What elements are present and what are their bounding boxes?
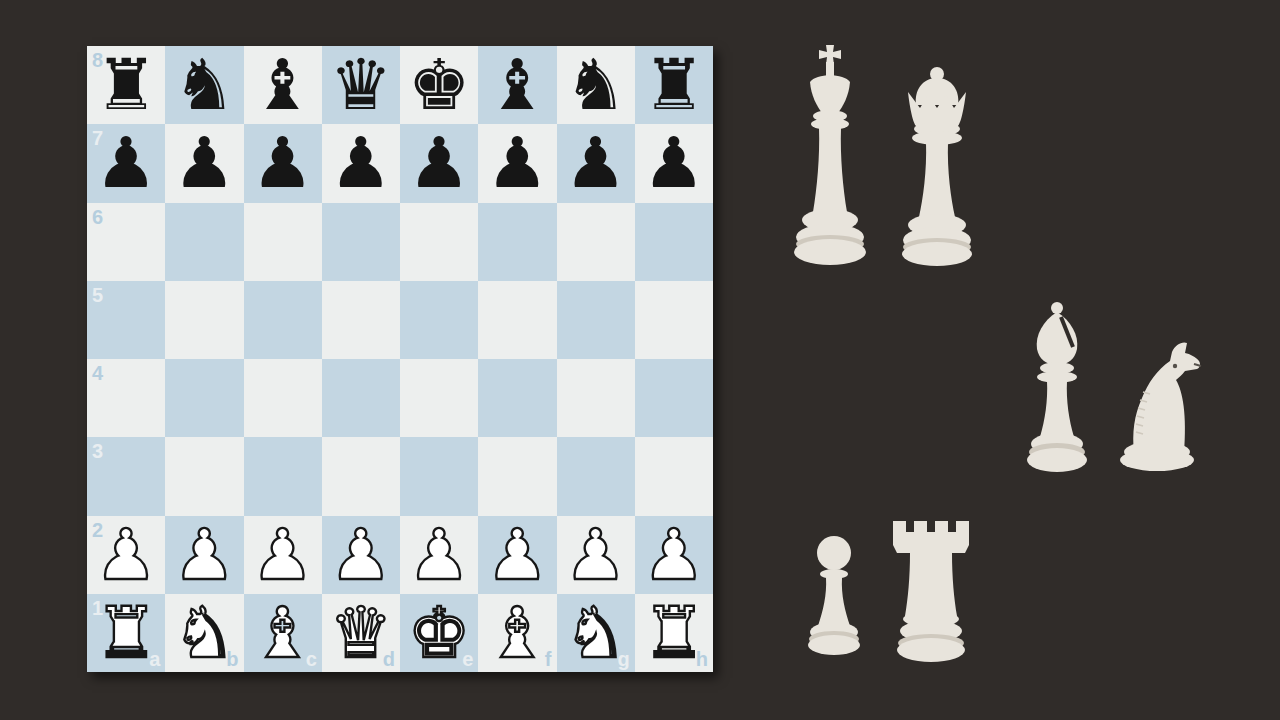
square-c6[interactable] bbox=[244, 203, 322, 281]
photo-white-king bbox=[788, 44, 872, 266]
square-b8[interactable]: ♞ bbox=[165, 46, 243, 124]
square-a4[interactable]: 4 bbox=[87, 359, 165, 437]
square-e6[interactable] bbox=[400, 203, 478, 281]
square-d1[interactable]: d♛ bbox=[322, 594, 400, 672]
piece-white-pawn[interactable]: ♟ bbox=[322, 516, 400, 594]
square-b4[interactable] bbox=[165, 359, 243, 437]
piece-black-bishop[interactable]: ♝ bbox=[244, 46, 322, 124]
square-h7[interactable]: ♟ bbox=[635, 124, 713, 202]
square-g5[interactable] bbox=[557, 281, 635, 359]
square-a6[interactable]: 6 bbox=[87, 203, 165, 281]
square-e1[interactable]: e♚ bbox=[400, 594, 478, 672]
square-g2[interactable]: ♟ bbox=[557, 516, 635, 594]
piece-white-pawn[interactable]: ♟ bbox=[635, 516, 713, 594]
square-b7[interactable]: ♟ bbox=[165, 124, 243, 202]
piece-white-pawn[interactable]: ♟ bbox=[557, 516, 635, 594]
piece-black-rook[interactable]: ♜ bbox=[635, 46, 713, 124]
square-b2[interactable]: ♟ bbox=[165, 516, 243, 594]
square-d5[interactable] bbox=[322, 281, 400, 359]
piece-black-bishop[interactable]: ♝ bbox=[478, 46, 556, 124]
piece-black-rook[interactable]: ♜ bbox=[87, 46, 165, 124]
piece-black-pawn[interactable]: ♟ bbox=[635, 124, 713, 202]
square-a1[interactable]: 1a♜ bbox=[87, 594, 165, 672]
piece-white-rook[interactable]: ♜ bbox=[87, 594, 165, 672]
square-e7[interactable]: ♟ bbox=[400, 124, 478, 202]
square-b5[interactable] bbox=[165, 281, 243, 359]
square-f1[interactable]: f♝ bbox=[478, 594, 556, 672]
square-g4[interactable] bbox=[557, 359, 635, 437]
square-b3[interactable] bbox=[165, 437, 243, 515]
piece-white-knight[interactable]: ♞ bbox=[557, 594, 635, 672]
square-f5[interactable] bbox=[478, 281, 556, 359]
piece-white-queen[interactable]: ♛ bbox=[322, 594, 400, 672]
piece-white-knight[interactable]: ♞ bbox=[165, 594, 243, 672]
square-h8[interactable]: ♜ bbox=[635, 46, 713, 124]
square-e2[interactable]: ♟ bbox=[400, 516, 478, 594]
square-d3[interactable] bbox=[322, 437, 400, 515]
square-d7[interactable]: ♟ bbox=[322, 124, 400, 202]
square-c7[interactable]: ♟ bbox=[244, 124, 322, 202]
square-a2[interactable]: 2♟ bbox=[87, 516, 165, 594]
piece-black-pawn[interactable]: ♟ bbox=[165, 124, 243, 202]
square-h3[interactable] bbox=[635, 437, 713, 515]
piece-white-bishop[interactable]: ♝ bbox=[244, 594, 322, 672]
piece-black-pawn[interactable]: ♟ bbox=[400, 124, 478, 202]
square-c2[interactable]: ♟ bbox=[244, 516, 322, 594]
square-f8[interactable]: ♝ bbox=[478, 46, 556, 124]
photo-white-rook bbox=[888, 517, 974, 667]
square-d2[interactable]: ♟ bbox=[322, 516, 400, 594]
white-pawn-icon bbox=[798, 531, 870, 659]
square-c8[interactable]: ♝ bbox=[244, 46, 322, 124]
rank-label-4: 4 bbox=[92, 363, 103, 383]
piece-white-bishop[interactable]: ♝ bbox=[478, 594, 556, 672]
square-f3[interactable] bbox=[478, 437, 556, 515]
square-g3[interactable] bbox=[557, 437, 635, 515]
piece-black-pawn[interactable]: ♟ bbox=[87, 124, 165, 202]
square-h5[interactable] bbox=[635, 281, 713, 359]
square-h4[interactable] bbox=[635, 359, 713, 437]
square-f7[interactable]: ♟ bbox=[478, 124, 556, 202]
square-e8[interactable]: ♚ bbox=[400, 46, 478, 124]
rank-label-3: 3 bbox=[92, 441, 103, 461]
square-f6[interactable] bbox=[478, 203, 556, 281]
chess-board[interactable]: 8♜♞♝♛♚♝♞♜7♟♟♟♟♟♟♟♟65432♟♟♟♟♟♟♟♟1a♜b♞c♝d♛… bbox=[87, 46, 713, 672]
photo-white-queen bbox=[891, 65, 983, 266]
piece-black-pawn[interactable]: ♟ bbox=[557, 124, 635, 202]
square-b1[interactable]: b♞ bbox=[165, 594, 243, 672]
square-a8[interactable]: 8♜ bbox=[87, 46, 165, 124]
square-f2[interactable]: ♟ bbox=[478, 516, 556, 594]
piece-black-pawn[interactable]: ♟ bbox=[478, 124, 556, 202]
rank-label-6: 6 bbox=[92, 207, 103, 227]
square-h2[interactable]: ♟ bbox=[635, 516, 713, 594]
square-g1[interactable]: g♞ bbox=[557, 594, 635, 672]
rank-label-5: 5 bbox=[92, 285, 103, 305]
square-a7[interactable]: 7♟ bbox=[87, 124, 165, 202]
square-c1[interactable]: c♝ bbox=[244, 594, 322, 672]
square-f4[interactable] bbox=[478, 359, 556, 437]
square-a5[interactable]: 5 bbox=[87, 281, 165, 359]
square-h1[interactable]: h♜ bbox=[635, 594, 713, 672]
square-d8[interactable]: ♛ bbox=[322, 46, 400, 124]
white-rook-icon bbox=[888, 517, 974, 667]
photo-white-knight bbox=[1110, 330, 1204, 472]
photo-white-pawn bbox=[798, 531, 870, 659]
piece-white-king[interactable]: ♚ bbox=[400, 594, 478, 672]
photo-white-bishop bbox=[1016, 300, 1098, 476]
white-queen-icon bbox=[891, 65, 983, 266]
piece-black-pawn[interactable]: ♟ bbox=[322, 124, 400, 202]
piece-black-pawn[interactable]: ♟ bbox=[244, 124, 322, 202]
white-bishop-icon bbox=[1016, 300, 1098, 476]
piece-white-pawn[interactable]: ♟ bbox=[478, 516, 556, 594]
piece-white-pawn[interactable]: ♟ bbox=[87, 516, 165, 594]
square-g8[interactable]: ♞ bbox=[557, 46, 635, 124]
square-h6[interactable] bbox=[635, 203, 713, 281]
square-d4[interactable] bbox=[322, 359, 400, 437]
white-king-icon bbox=[788, 44, 872, 266]
square-c3[interactable] bbox=[244, 437, 322, 515]
square-b6[interactable] bbox=[165, 203, 243, 281]
square-c5[interactable] bbox=[244, 281, 322, 359]
white-knight-icon bbox=[1110, 330, 1204, 472]
piece-black-knight[interactable]: ♞ bbox=[165, 46, 243, 124]
square-e5[interactable] bbox=[400, 281, 478, 359]
piece-white-pawn[interactable]: ♟ bbox=[400, 516, 478, 594]
square-c4[interactable] bbox=[244, 359, 322, 437]
piece-black-queen[interactable]: ♛ bbox=[322, 46, 400, 124]
square-e3[interactable] bbox=[400, 437, 478, 515]
piece-black-knight[interactable]: ♞ bbox=[557, 46, 635, 124]
square-g6[interactable] bbox=[557, 203, 635, 281]
piece-white-pawn[interactable]: ♟ bbox=[165, 516, 243, 594]
square-d6[interactable] bbox=[322, 203, 400, 281]
square-g7[interactable]: ♟ bbox=[557, 124, 635, 202]
piece-white-pawn[interactable]: ♟ bbox=[244, 516, 322, 594]
square-a3[interactable]: 3 bbox=[87, 437, 165, 515]
piece-black-king[interactable]: ♚ bbox=[400, 46, 478, 124]
square-e4[interactable] bbox=[400, 359, 478, 437]
piece-white-rook[interactable]: ♜ bbox=[635, 594, 713, 672]
